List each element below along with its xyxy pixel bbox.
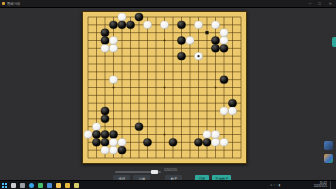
- move-counter: 120/120: [164, 168, 177, 172]
- stone-black: [135, 123, 143, 131]
- stone-black: [118, 21, 126, 29]
- task-view-icon[interactable]: [20, 183, 25, 188]
- stone-white: [143, 21, 151, 29]
- edge-icon[interactable]: [29, 183, 34, 188]
- stone-white: [203, 131, 211, 139]
- stone-white: [118, 13, 126, 21]
- stone-black: [143, 138, 151, 146]
- desktop: 围棋对弈 ─□✕ 120/120 悔棋认输数子同意申请数子 ∧ ⌂ ◌ ▮ 15…: [0, 0, 336, 189]
- stone-white: [101, 44, 109, 52]
- side-panel-tab[interactable]: [332, 37, 336, 47]
- stone-black: [135, 13, 143, 21]
- stone-black: [220, 44, 228, 52]
- stone-black: [177, 52, 185, 60]
- clock-date: 2023/11/5: [314, 185, 327, 188]
- stone-white: [160, 21, 168, 29]
- taskbar: ∧ ⌂ ◌ ▮ 15:42 2023/11/5: [0, 180, 336, 189]
- stone-white: [220, 138, 228, 146]
- widget-icon[interactable]: [324, 141, 333, 150]
- square-marker: [205, 31, 208, 34]
- stone-white: [186, 37, 194, 45]
- window-title: 围棋对弈: [7, 1, 20, 6]
- stone-black: [211, 37, 219, 45]
- stone-black: [211, 44, 219, 52]
- stone-black: [177, 21, 185, 29]
- stone-black: [92, 131, 100, 139]
- stone-white: [211, 138, 219, 146]
- stone-white: [109, 146, 117, 154]
- stone-black: [109, 21, 117, 29]
- show-desktop-button[interactable]: [330, 181, 333, 189]
- stone-black: [101, 29, 109, 37]
- maximize-button[interactable]: □: [319, 2, 321, 6]
- stone-white: [220, 37, 228, 45]
- stone-white: [109, 44, 117, 52]
- stone-black: [118, 146, 126, 154]
- move-slider[interactable]: [115, 171, 161, 173]
- close-button[interactable]: ✕: [329, 2, 332, 6]
- stone-black: [177, 37, 185, 45]
- search-icon[interactable]: [11, 183, 16, 188]
- stone-white: [101, 146, 109, 154]
- start-icon[interactable]: [2, 183, 7, 188]
- stone-white: [228, 107, 236, 115]
- stone-black: [101, 115, 109, 123]
- stone-black: [169, 138, 177, 146]
- stone-black: [228, 99, 236, 107]
- stone-black: [109, 131, 117, 139]
- stone-white: [194, 21, 202, 29]
- stone-white: [92, 123, 100, 131]
- stone-black: [101, 37, 109, 45]
- stone-black: [101, 131, 109, 139]
- go-board[interactable]: [82, 11, 247, 164]
- stone-white: [211, 21, 219, 29]
- taskbar-clock[interactable]: 15:42 2023/11/5: [314, 182, 327, 188]
- app-icon: [2, 2, 5, 5]
- stone-black: [126, 21, 134, 29]
- go-app-icon[interactable]: [65, 183, 70, 188]
- store-icon[interactable]: [38, 183, 43, 188]
- tray-icons[interactable]: ∧ ⌂ ◌ ▮: [270, 183, 281, 187]
- system-tray[interactable]: ∧ ⌂ ◌ ▮ 15:42 2023/11/5: [262, 181, 333, 189]
- stone-white: [220, 29, 228, 37]
- stone-black: [194, 138, 202, 146]
- mail-icon[interactable]: [47, 183, 52, 188]
- stone-white: [109, 37, 117, 45]
- stone-black: [92, 138, 100, 146]
- apps-icon[interactable]: [324, 154, 333, 163]
- stone-black: [101, 138, 109, 146]
- notes-icon[interactable]: [74, 183, 79, 188]
- stone-white: [118, 138, 126, 146]
- stone-white: [109, 138, 117, 146]
- minimize-button[interactable]: ─: [308, 2, 311, 6]
- slider-handle[interactable]: [151, 170, 158, 174]
- stone-white: [220, 107, 228, 115]
- stone-black: [203, 138, 211, 146]
- files-icon[interactable]: [56, 183, 61, 188]
- stone-white: [211, 131, 219, 139]
- last-move-marker: [197, 55, 199, 57]
- window-titlebar: 围棋对弈 ─□✕: [0, 0, 336, 8]
- stone-white: [84, 131, 92, 139]
- stone-black: [101, 107, 109, 115]
- stone-black: [220, 76, 228, 84]
- stone-white: [109, 76, 117, 84]
